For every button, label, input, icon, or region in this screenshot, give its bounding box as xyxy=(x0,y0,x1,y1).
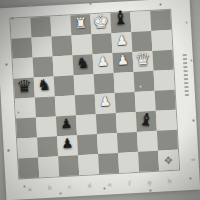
margin-mark: = xyxy=(190,156,195,163)
square-e6[interactable]: ♟ xyxy=(92,53,113,74)
square-c1[interactable] xyxy=(58,155,79,176)
square-f3[interactable] xyxy=(116,112,137,133)
square-f5[interactable] xyxy=(114,72,135,93)
square-b8[interactable] xyxy=(30,17,51,38)
square-a2[interactable] xyxy=(17,137,38,158)
square-c2[interactable]: ♟ xyxy=(57,135,78,156)
square-g5[interactable] xyxy=(134,71,155,92)
square-b2[interactable] xyxy=(37,136,58,157)
square-d1[interactable] xyxy=(78,154,99,175)
square-a8[interactable] xyxy=(10,18,31,39)
square-d3[interactable] xyxy=(76,114,97,135)
square-g2[interactable] xyxy=(137,131,158,152)
square-a5[interactable]: ♛ xyxy=(14,78,35,99)
file-label-e: e xyxy=(99,178,120,191)
square-a7[interactable] xyxy=(12,38,33,59)
file-label-d: d xyxy=(80,179,101,192)
piece-black-pawn-c2[interactable]: ♟ xyxy=(57,133,78,154)
square-b3[interactable] xyxy=(36,116,57,137)
square-g6[interactable]: ♛ xyxy=(132,51,153,72)
square-c6[interactable] xyxy=(53,55,74,76)
square-g3[interactable]: ♝ xyxy=(136,111,157,132)
square-a4[interactable] xyxy=(15,98,36,119)
file-labels: abcdefgh xyxy=(20,175,180,196)
square-d2[interactable] xyxy=(77,134,98,155)
piece-white-king-e8[interactable]: ♚ xyxy=(90,11,111,32)
square-b4[interactable] xyxy=(35,96,56,117)
square-b1[interactable] xyxy=(38,156,59,177)
square-h2[interactable] xyxy=(157,130,178,151)
piece-black-knight-d6[interactable]: ♞ xyxy=(72,52,93,73)
square-e4[interactable]: ♟ xyxy=(95,93,116,114)
square-c5[interactable] xyxy=(54,75,75,96)
square-a3[interactable] xyxy=(16,117,37,138)
square-a1[interactable] xyxy=(18,157,39,178)
square-f2[interactable] xyxy=(117,132,138,153)
square-c7[interactable] xyxy=(51,35,72,56)
square-g1[interactable] xyxy=(138,151,159,172)
square-h7[interactable] xyxy=(151,30,172,51)
square-f4[interactable] xyxy=(115,92,136,113)
file-label-a: a xyxy=(20,182,41,195)
file-label-f: f xyxy=(119,177,140,190)
piece-white-rook-d8[interactable]: ♜ xyxy=(70,12,91,33)
square-h5[interactable] xyxy=(154,70,175,91)
square-f6[interactable]: ♟ xyxy=(112,52,133,73)
square-b5[interactable]: ♞ xyxy=(34,76,55,97)
square-h6[interactable] xyxy=(152,50,173,71)
piece-white-queen-g6[interactable]: ♛ xyxy=(132,49,153,70)
square-e1[interactable] xyxy=(98,153,119,174)
piece-white-pawn-f6[interactable]: ♟ xyxy=(112,50,133,71)
square-d6[interactable]: ♞ xyxy=(73,54,94,75)
file-label-c: c xyxy=(60,180,81,193)
board-ornament-icon: ❖ xyxy=(158,150,179,171)
square-e3[interactable] xyxy=(96,113,117,134)
piece-black-queen-a5[interactable]: ♛ xyxy=(14,76,35,97)
square-h4[interactable] xyxy=(155,90,176,111)
square-d5[interactable] xyxy=(74,74,95,95)
square-d8[interactable]: ♜ xyxy=(70,14,91,35)
piece-black-bishop-g3[interactable]: ♝ xyxy=(135,108,157,130)
brand-text-illegible-icon xyxy=(183,54,189,98)
file-label-h: h xyxy=(159,175,180,188)
piece-white-pawn-e6[interactable]: ♟ xyxy=(92,51,113,72)
piece-white-pawn-e4[interactable]: ♟ xyxy=(95,91,116,112)
piece-white-pawn-f7[interactable]: ♟ xyxy=(111,30,132,51)
square-f1[interactable] xyxy=(118,152,139,173)
board-mat: ♜♚♝♟♞♟♟♛♛♞♟♟♝♟❖ abcdefgh = xyxy=(0,0,200,200)
square-d4[interactable] xyxy=(75,94,96,115)
square-e8[interactable]: ♚ xyxy=(90,13,111,34)
square-h3[interactable] xyxy=(156,110,177,131)
photo-noise xyxy=(0,0,1,1)
piece-black-pawn-c3[interactable]: ♟ xyxy=(56,113,77,134)
chess-board: ♜♚♝♟♞♟♟♛♛♞♟♟♝♟❖ xyxy=(10,10,179,179)
chess-photo: ♜♚♝♟♞♟♟♛♛♞♟♟♝♟❖ abcdefgh = xyxy=(0,0,200,200)
square-e2[interactable] xyxy=(97,133,118,154)
square-c8[interactable] xyxy=(50,15,71,36)
file-label-b: b xyxy=(40,181,61,194)
piece-black-knight-b5[interactable]: ♞ xyxy=(34,74,55,95)
square-g8[interactable] xyxy=(130,11,151,32)
file-label-g: g xyxy=(139,176,160,189)
piece-black-bishop-f8[interactable]: ♝ xyxy=(110,6,131,29)
square-h8[interactable] xyxy=(150,10,171,31)
square-h1[interactable]: ❖ xyxy=(158,150,179,171)
square-b7[interactable] xyxy=(31,37,52,58)
